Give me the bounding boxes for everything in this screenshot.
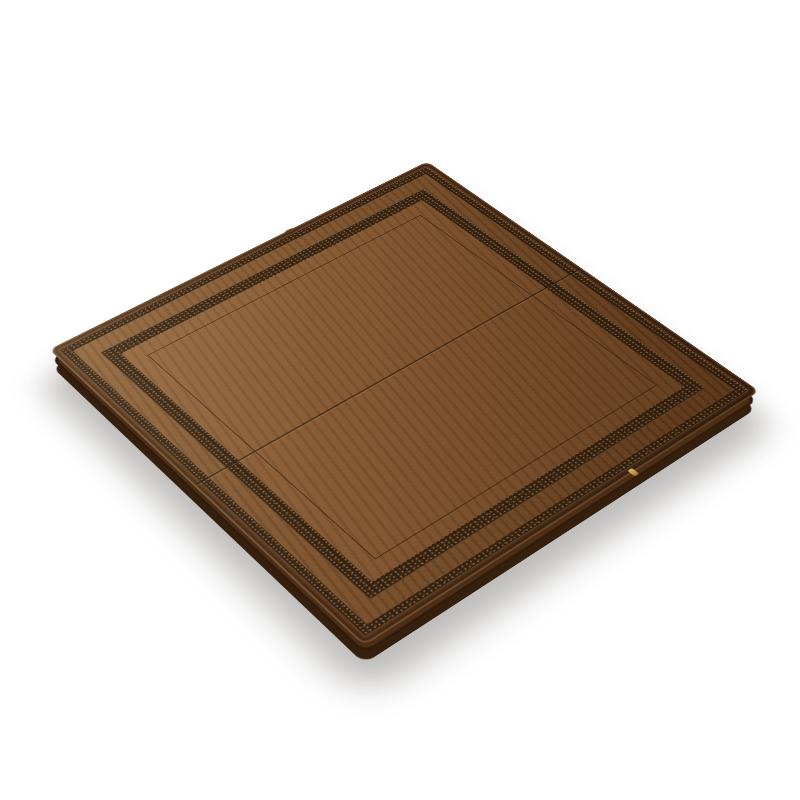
scene xyxy=(0,0,800,800)
chess-board xyxy=(49,161,759,645)
